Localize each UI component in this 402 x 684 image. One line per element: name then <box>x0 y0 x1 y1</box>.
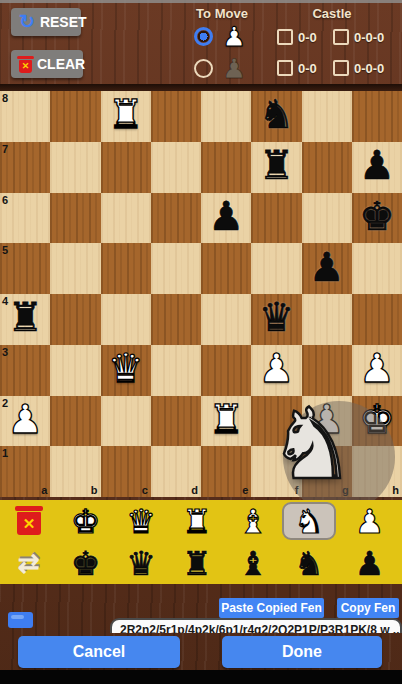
square-c2[interactable] <box>101 396 151 447</box>
square-e6[interactable]: ♟ <box>201 193 251 244</box>
palette-white-knight[interactable]: ♞ <box>282 502 336 540</box>
palette-delete-tool[interactable]: ✕ <box>0 500 58 542</box>
square-d8[interactable] <box>151 91 201 142</box>
rank-label-7: 7 <box>2 144 8 155</box>
square-g6[interactable] <box>302 193 352 244</box>
black-castle-queenside-checkbox[interactable] <box>333 60 349 76</box>
square-e4[interactable] <box>201 294 251 345</box>
trash-icon: ✕ <box>17 506 41 536</box>
square-e8[interactable] <box>201 91 251 142</box>
reset-label: RESET <box>40 14 87 30</box>
black-pawn[interactable]: ♟ <box>309 247 345 287</box>
square-f6[interactable] <box>251 193 301 244</box>
square-h5[interactable] <box>352 243 402 294</box>
black-castle-kingside-checkbox[interactable] <box>277 60 293 76</box>
square-b1[interactable]: b <box>50 446 100 497</box>
square-d3[interactable] <box>151 345 201 396</box>
square-c4[interactable] <box>101 294 151 345</box>
palette-white-rook[interactable]: ♜ <box>169 500 225 542</box>
rank-label-3: 3 <box>2 347 8 358</box>
white-castle-queenside-checkbox[interactable] <box>333 29 349 45</box>
black-pawn[interactable]: ♟ <box>208 196 244 236</box>
palette-black-pawn[interactable]: ♟ <box>337 542 402 584</box>
file-label-e: e <box>242 485 248 496</box>
square-h7[interactable]: ♟ <box>352 142 402 193</box>
square-b5[interactable] <box>50 243 100 294</box>
square-d6[interactable] <box>151 193 201 244</box>
square-h3[interactable]: ♟ <box>352 345 402 396</box>
reset-button[interactable]: ↻ RESET <box>11 8 81 36</box>
white-queen[interactable]: ♛ <box>108 348 144 388</box>
white-pawn[interactable]: ♟ <box>258 348 294 388</box>
square-g5[interactable]: ♟ <box>302 243 352 294</box>
white-castle-queenside-label: 0-0-0 <box>354 30 384 45</box>
black-rook-icon: ♜ <box>182 547 212 580</box>
black-pawn-icon: ♟ <box>355 547 385 580</box>
file-label-d: d <box>191 485 198 496</box>
square-b3[interactable] <box>50 345 100 396</box>
palette-black-knight[interactable]: ♞ <box>281 542 337 584</box>
black-king[interactable]: ♚ <box>359 196 395 236</box>
square-b4[interactable] <box>50 294 100 345</box>
copy-fen-button[interactable]: Copy Fen <box>337 598 399 618</box>
fen-input[interactable]: 2R2n2/5r1p/4p2k/6p1/r4q2/2Q2P1P/P3R1PK/8… <box>110 618 402 633</box>
to-move-title: To Move <box>186 6 258 21</box>
clear-button[interactable]: ✕ CLEAR <box>11 50 83 78</box>
square-e7[interactable] <box>201 142 251 193</box>
square-e1[interactable]: e <box>201 446 251 497</box>
palette-white-bishop[interactable]: ♝ <box>225 500 281 542</box>
square-e5[interactable] <box>201 243 251 294</box>
square-f7[interactable]: ♜ <box>251 142 301 193</box>
square-c1[interactable]: c <box>101 446 151 497</box>
square-a1[interactable]: 1a <box>0 446 50 497</box>
square-g8[interactable] <box>302 91 352 142</box>
black-pawn[interactable]: ♟ <box>359 145 395 185</box>
rank-label-6: 6 <box>2 195 8 206</box>
file-label-h: h <box>392 485 399 496</box>
square-d7[interactable] <box>151 142 201 193</box>
castle-title: Castle <box>297 6 367 21</box>
rank-label-1: 1 <box>2 448 8 459</box>
clear-label: CLEAR <box>37 56 85 72</box>
white-bishop-icon: ♝ <box>238 505 268 538</box>
square-c7[interactable] <box>101 142 151 193</box>
square-f4[interactable]: ♛ <box>251 294 301 345</box>
black-queen[interactable]: ♛ <box>258 297 294 337</box>
black-queen-icon: ♛ <box>126 547 156 580</box>
square-b7[interactable] <box>50 142 100 193</box>
square-a5[interactable]: 5 <box>0 243 50 294</box>
dragged-piece-white-knight[interactable]: ♞ <box>258 392 366 496</box>
refresh-icon: ↻ <box>19 12 35 31</box>
cancel-button[interactable]: Cancel <box>18 636 180 668</box>
black-pawn-icon: ♟ <box>222 55 246 82</box>
rank-label-5: 5 <box>2 245 8 256</box>
square-b2[interactable] <box>50 396 100 447</box>
black-rook[interactable]: ♜ <box>7 297 43 337</box>
palette-white-pawn[interactable]: ♟ <box>337 500 402 542</box>
white-rook-icon: ♜ <box>182 505 212 538</box>
rank-label-8: 8 <box>2 93 8 104</box>
paste-fen-button[interactable]: Paste Copied Fen <box>219 598 324 618</box>
square-h6[interactable]: ♚ <box>352 193 402 244</box>
palette-white-king[interactable]: ♚ <box>58 500 113 542</box>
square-a8[interactable]: 8 <box>0 91 50 142</box>
white-king-icon: ♚ <box>71 505 101 538</box>
file-label-c: c <box>142 485 148 496</box>
white-queen-icon: ♛ <box>126 505 156 538</box>
top-divider <box>0 0 402 3</box>
black-knight-icon: ♞ <box>294 547 324 580</box>
square-a6[interactable]: 6 <box>0 193 50 244</box>
white-pawn-icon: ♟ <box>222 23 246 50</box>
square-g7[interactable] <box>302 142 352 193</box>
chess-board-editor: ↻ RESET ✕ CLEAR To Move ♟ ♟ Castle 0-0 0… <box>0 0 402 684</box>
bottom-strip <box>0 670 402 684</box>
palette-black-rook[interactable]: ♜ <box>169 542 225 584</box>
black-king-icon: ♚ <box>71 547 101 580</box>
white-castle-kingside-checkbox[interactable] <box>277 29 293 45</box>
piece-palette: ✕♚♛♜♝♞♟ ⇄♚♛♜♝♞♟ <box>0 500 402 584</box>
white-pawn[interactable]: ♟ <box>7 399 43 439</box>
palette-black-king[interactable]: ♚ <box>58 542 113 584</box>
square-c5[interactable] <box>101 243 151 294</box>
square-a2[interactable]: 2♟ <box>0 396 50 447</box>
square-h8[interactable] <box>352 91 402 142</box>
to-move-white-radio[interactable] <box>194 27 213 46</box>
square-a4[interactable]: 4♜ <box>0 294 50 345</box>
white-pawn-icon: ♟ <box>355 505 385 538</box>
square-d1[interactable]: d <box>151 446 201 497</box>
square-g4[interactable] <box>302 294 352 345</box>
to-move-black-radio[interactable] <box>194 59 213 78</box>
square-e3[interactable] <box>201 345 251 396</box>
swap-colors-icon: ⇄ <box>18 548 40 579</box>
done-button[interactable]: Done <box>222 636 382 668</box>
palette-black-row: ⇄♚♛♜♝♞♟ <box>0 542 402 584</box>
palette-swap-colors-tool[interactable]: ⇄ <box>0 542 58 584</box>
square-e2[interactable]: ♜ <box>201 396 251 447</box>
square-b6[interactable] <box>50 193 100 244</box>
square-a7[interactable]: 7 <box>0 142 50 193</box>
square-d2[interactable] <box>151 396 201 447</box>
palette-black-queen[interactable]: ♛ <box>113 542 169 584</box>
square-b8[interactable] <box>50 91 100 142</box>
black-bishop-icon: ♝ <box>238 547 268 580</box>
square-h4[interactable] <box>352 294 402 345</box>
clipboard-icon[interactable] <box>8 612 33 628</box>
white-knight-icon: ♞ <box>294 505 324 538</box>
black-knight[interactable]: ♞ <box>258 94 294 134</box>
file-label-b: b <box>91 485 98 496</box>
square-c6[interactable] <box>101 193 151 244</box>
square-d4[interactable] <box>151 294 201 345</box>
white-castle-kingside-label: 0-0 <box>298 30 317 45</box>
bar-shadow <box>0 84 402 91</box>
square-a3[interactable]: 3 <box>0 345 50 396</box>
square-d5[interactable] <box>151 243 201 294</box>
square-c3[interactable]: ♛ <box>101 345 151 396</box>
white-rook[interactable]: ♜ <box>208 399 244 439</box>
file-label-a: a <box>41 485 47 496</box>
palette-white-queen[interactable]: ♛ <box>113 500 169 542</box>
square-f8[interactable]: ♞ <box>251 91 301 142</box>
square-c8[interactable]: ♜ <box>101 91 151 142</box>
palette-white-row: ✕♚♛♜♝♞♟ <box>0 500 402 542</box>
white-rook[interactable]: ♜ <box>108 94 144 134</box>
black-castle-queenside-label: 0-0-0 <box>354 61 384 76</box>
trash-icon: ✕ <box>19 56 32 73</box>
black-castle-kingside-label: 0-0 <box>298 61 317 76</box>
white-pawn[interactable]: ♟ <box>359 348 395 388</box>
palette-black-bishop[interactable]: ♝ <box>225 542 281 584</box>
black-rook[interactable]: ♜ <box>258 145 294 185</box>
square-f5[interactable] <box>251 243 301 294</box>
